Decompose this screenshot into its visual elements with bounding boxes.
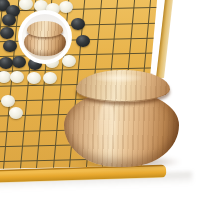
stone-white xyxy=(19,0,33,10)
stone-white xyxy=(27,72,41,84)
stone-white xyxy=(9,107,23,119)
stone-black xyxy=(3,40,17,52)
stone-white xyxy=(43,72,57,84)
bowl-body xyxy=(64,91,179,167)
stone-black xyxy=(71,18,85,30)
inset-circle xyxy=(18,10,72,64)
bowl-lid xyxy=(76,70,170,102)
stone-white xyxy=(1,95,15,107)
stone-black xyxy=(12,56,26,68)
stone-white xyxy=(10,71,24,83)
go-stone-bowl xyxy=(63,69,181,173)
go-set-product-photo xyxy=(0,0,200,200)
stone-black xyxy=(76,35,90,47)
inset-bowl-lid xyxy=(27,21,63,37)
stone-white xyxy=(0,71,11,83)
stone-white xyxy=(59,1,73,13)
inset-photo xyxy=(22,14,68,60)
stone-white xyxy=(62,55,76,67)
stone-black xyxy=(2,14,16,26)
stone-black xyxy=(0,27,14,39)
stone-black xyxy=(0,57,13,69)
